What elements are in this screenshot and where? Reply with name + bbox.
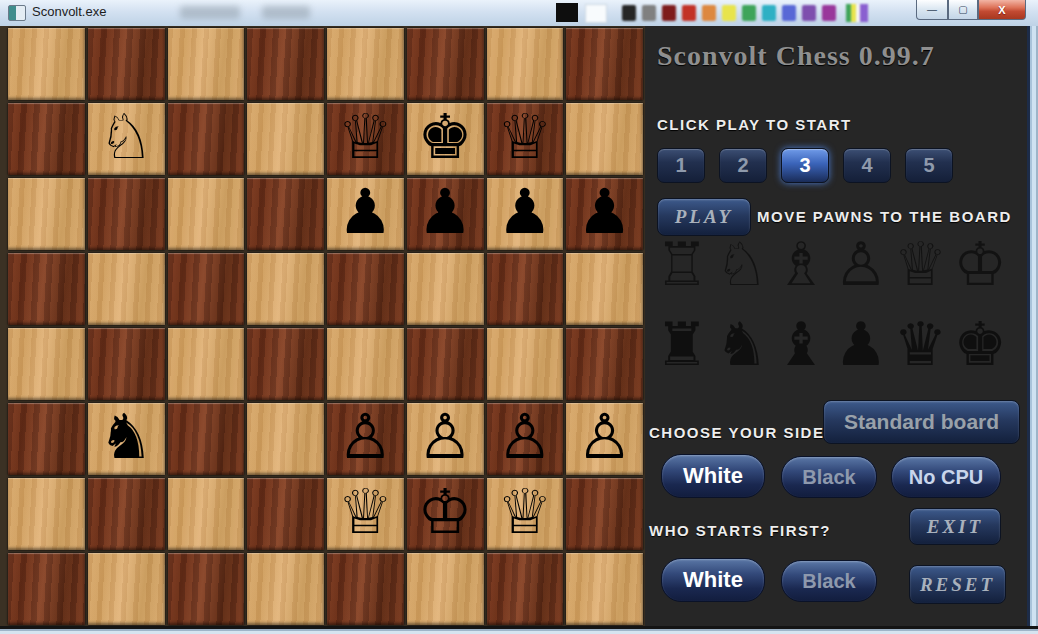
paint-edit-colors-icon xyxy=(846,4,868,22)
black-palette-piece[interactable]: ♚ xyxy=(953,314,1007,374)
square-b6[interactable] xyxy=(88,178,165,250)
square-c6[interactable] xyxy=(168,178,245,250)
white-piece[interactable]: ♙ xyxy=(497,406,553,468)
white-piece[interactable]: ♘ xyxy=(98,106,154,168)
paint-color-chip xyxy=(622,5,636,21)
square-a2[interactable] xyxy=(8,478,85,550)
level-button[interactable]: 2 xyxy=(719,148,767,183)
square-d8[interactable] xyxy=(247,28,324,100)
standard-board-label: Standard board xyxy=(844,410,999,434)
click-play-label: CLICK PLAY TO START xyxy=(657,116,852,133)
window-right-border xyxy=(1027,26,1038,634)
maximize-button[interactable]: ▢ xyxy=(948,0,978,20)
black-piece[interactable]: ♚ xyxy=(417,106,473,168)
square-d6[interactable] xyxy=(247,178,324,250)
white-piece[interactable]: ♙ xyxy=(338,406,394,468)
paint-foreground-color-swatch xyxy=(556,3,578,22)
square-b5[interactable] xyxy=(88,253,165,325)
paint-color-chip xyxy=(762,5,776,21)
white-piece[interactable]: ♙ xyxy=(417,406,473,468)
square-h8[interactable] xyxy=(566,28,643,100)
title-bar: Sconvolt.exe — ▢ X xyxy=(0,0,1038,27)
white-piece[interactable]: ♕ xyxy=(497,481,553,543)
move-pawns-label: MOVE PAWNS TO THE BOARD xyxy=(757,208,1012,225)
play-button-label: PLAY xyxy=(675,206,733,228)
paint-color-chip xyxy=(662,5,676,21)
white-piece[interactable]: ♕ xyxy=(338,106,394,168)
square-b4[interactable] xyxy=(88,328,165,400)
square-e4[interactable] xyxy=(327,328,404,400)
square-a8[interactable] xyxy=(8,28,85,100)
square-d1[interactable] xyxy=(247,553,324,625)
level-buttons: 12345 xyxy=(657,148,953,183)
square-a5[interactable] xyxy=(8,253,85,325)
white-palette-piece[interactable]: ♕ xyxy=(894,234,948,294)
minimize-button[interactable]: — xyxy=(916,0,948,20)
square-a3[interactable] xyxy=(8,403,85,475)
square-b3[interactable]: ♞ xyxy=(88,403,165,475)
square-g8[interactable] xyxy=(487,28,564,100)
paint-color-chip xyxy=(722,5,736,21)
paint-color-chip xyxy=(822,5,836,21)
square-b1[interactable] xyxy=(88,553,165,625)
chess-board: ♘♕♚♕♟♟♟♟♞♙♙♙♙♕♔♕ xyxy=(8,28,643,625)
white-piece[interactable]: ♔ xyxy=(417,481,473,543)
square-d2[interactable] xyxy=(247,478,324,550)
black-piece[interactable]: ♟ xyxy=(417,181,473,243)
black-piece[interactable]: ♟ xyxy=(577,181,633,243)
square-f1[interactable] xyxy=(407,553,484,625)
paint-color-chip xyxy=(682,5,696,21)
square-a4[interactable] xyxy=(8,328,85,400)
square-h1[interactable] xyxy=(566,553,643,625)
square-e2[interactable]: ♕ xyxy=(327,478,404,550)
square-f4[interactable] xyxy=(407,328,484,400)
black-piece[interactable]: ♞ xyxy=(98,406,154,468)
black-piece[interactable]: ♟ xyxy=(497,181,553,243)
white-palette-piece[interactable]: ♘ xyxy=(715,234,769,294)
square-d3[interactable] xyxy=(247,403,324,475)
square-d7[interactable] xyxy=(247,103,324,175)
exit-button-label: EXIT xyxy=(927,516,983,538)
paint-color-chip xyxy=(802,5,816,21)
square-h7[interactable] xyxy=(566,103,643,175)
white-piece-palette: ♖♘♗♙♕♔ xyxy=(655,234,1007,294)
square-f8[interactable] xyxy=(407,28,484,100)
paint-background-color-swatch xyxy=(585,4,607,23)
no-cpu-button[interactable]: No CPU xyxy=(891,456,1001,498)
who-first-label: WHO STARTS FIRST? xyxy=(649,522,831,539)
white-piece[interactable]: ♕ xyxy=(497,106,553,168)
white-palette-piece[interactable]: ♔ xyxy=(953,234,1007,294)
standard-board-button[interactable]: Standard board xyxy=(823,400,1020,444)
square-f5[interactable] xyxy=(407,253,484,325)
square-g1[interactable] xyxy=(487,553,564,625)
square-c1[interactable] xyxy=(168,553,245,625)
square-h5[interactable] xyxy=(566,253,643,325)
white-palette-piece[interactable]: ♖ xyxy=(655,234,709,294)
background-blur xyxy=(180,6,240,19)
square-d5[interactable] xyxy=(247,253,324,325)
square-c2[interactable] xyxy=(168,478,245,550)
square-g5[interactable] xyxy=(487,253,564,325)
square-c8[interactable] xyxy=(168,28,245,100)
black-piece[interactable]: ♟ xyxy=(338,181,394,243)
square-d4[interactable] xyxy=(247,328,324,400)
background-blur xyxy=(262,6,310,19)
app-window: Sconvolt.exe — ▢ X ♘♕♚♕♟♟♟♟♞♙♙♙♙♕♔♕ Scon… xyxy=(0,0,1038,634)
paint-color-chip xyxy=(782,5,796,21)
square-g4[interactable] xyxy=(487,328,564,400)
black-palette-piece[interactable]: ♜ xyxy=(655,314,709,374)
square-c7[interactable] xyxy=(168,103,245,175)
first-black-button[interactable]: Black xyxy=(781,560,877,602)
square-f6[interactable]: ♟ xyxy=(407,178,484,250)
side-white-button[interactable]: White xyxy=(661,454,765,498)
paint-color-chip xyxy=(742,5,756,21)
square-g7[interactable]: ♕ xyxy=(487,103,564,175)
square-f2[interactable]: ♔ xyxy=(407,478,484,550)
exit-button[interactable]: EXIT xyxy=(909,508,1001,545)
square-h6[interactable]: ♟ xyxy=(566,178,643,250)
black-palette-piece[interactable]: ♝ xyxy=(774,314,828,374)
square-b2[interactable] xyxy=(88,478,165,550)
square-e3[interactable]: ♙ xyxy=(327,403,404,475)
black-piece-palette: ♜♞♝♟♛♚ xyxy=(655,314,1007,374)
level-button[interactable]: 5 xyxy=(905,148,953,183)
window-bottom-border xyxy=(0,626,1038,634)
level-button[interactable]: 4 xyxy=(843,148,891,183)
square-g2[interactable]: ♕ xyxy=(487,478,564,550)
black-palette-piece[interactable]: ♛ xyxy=(894,314,948,374)
square-b7[interactable]: ♘ xyxy=(88,103,165,175)
app-icon xyxy=(8,5,26,21)
white-piece[interactable]: ♕ xyxy=(338,481,394,543)
square-e7[interactable]: ♕ xyxy=(327,103,404,175)
square-a1[interactable] xyxy=(8,553,85,625)
control-panel: Sconvolt Chess 0.99.7 CLICK PLAY TO STAR… xyxy=(645,26,1027,627)
first-white-button[interactable]: White xyxy=(661,558,765,602)
white-palette-piece[interactable]: ♙ xyxy=(834,234,888,294)
square-c3[interactable] xyxy=(168,403,245,475)
window-title: Sconvolt.exe xyxy=(32,4,106,19)
square-e1[interactable] xyxy=(327,553,404,625)
level-button[interactable]: 3 xyxy=(781,148,829,183)
black-palette-piece[interactable]: ♟ xyxy=(834,314,888,374)
side-black-button[interactable]: Black xyxy=(781,456,877,498)
square-e5[interactable] xyxy=(327,253,404,325)
square-a7[interactable] xyxy=(8,103,85,175)
square-e6[interactable]: ♟ xyxy=(327,178,404,250)
black-palette-piece[interactable]: ♞ xyxy=(715,314,769,374)
reset-button[interactable]: RESET xyxy=(909,565,1006,604)
window-controls: — ▢ X xyxy=(916,0,1026,20)
paint-color-chip xyxy=(702,5,716,21)
white-piece[interactable]: ♙ xyxy=(577,406,633,468)
choose-side-label: CHOOSE YOUR SIDE xyxy=(649,424,824,441)
level-button[interactable]: 1 xyxy=(657,148,705,183)
square-b8[interactable] xyxy=(88,28,165,100)
close-button[interactable]: X xyxy=(978,0,1026,20)
white-palette-piece[interactable]: ♗ xyxy=(774,234,828,294)
square-h2[interactable] xyxy=(566,478,643,550)
square-c5[interactable] xyxy=(168,253,245,325)
square-f7[interactable]: ♚ xyxy=(407,103,484,175)
square-h3[interactable]: ♙ xyxy=(566,403,643,475)
board-frame: ♘♕♚♕♟♟♟♟♞♙♙♙♙♕♔♕ xyxy=(0,26,645,627)
paint-color-chip xyxy=(642,5,656,21)
square-g3[interactable]: ♙ xyxy=(487,403,564,475)
square-h4[interactable] xyxy=(566,328,643,400)
reset-button-label: RESET xyxy=(920,574,995,596)
square-a6[interactable] xyxy=(8,178,85,250)
square-f3[interactable]: ♙ xyxy=(407,403,484,475)
square-g6[interactable]: ♟ xyxy=(487,178,564,250)
app-title: Sconvolt Chess 0.99.7 xyxy=(657,40,935,72)
square-e8[interactable] xyxy=(327,28,404,100)
square-c4[interactable] xyxy=(168,328,245,400)
